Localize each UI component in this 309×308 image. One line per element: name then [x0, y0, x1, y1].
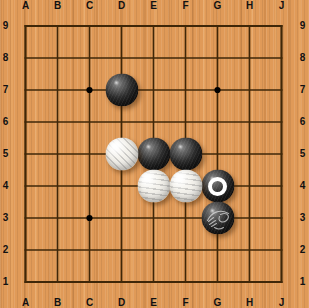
- coord-label-bottom-A: A: [22, 298, 29, 308]
- coord-label-right-5: 5: [300, 149, 306, 159]
- coord-label-bottom-J: J: [279, 298, 285, 308]
- star-point-C3: [86, 215, 92, 221]
- coord-label-right-1: 1: [300, 277, 306, 287]
- coord-label-bottom-F: F: [182, 298, 188, 308]
- coord-label-top-D: D: [118, 1, 125, 11]
- stone-black-G3[interactable]: [201, 202, 234, 235]
- coord-label-left-6: 6: [3, 117, 9, 127]
- coord-label-left-4: 4: [3, 181, 9, 191]
- coord-label-top-G: G: [214, 1, 222, 11]
- coord-label-right-9: 9: [300, 21, 306, 31]
- coord-label-left-1: 1: [3, 277, 9, 287]
- stone-black-G4[interactable]: [201, 170, 234, 203]
- go-board[interactable]: AABBCCDDEEFFGGHHJJ998877665544332211: [0, 0, 309, 308]
- go-app: AABBCCDDEEFFGGHHJJ998877665544332211: [0, 0, 309, 308]
- coord-label-top-A: A: [22, 1, 29, 11]
- coord-label-bottom-H: H: [246, 298, 253, 308]
- coord-label-right-3: 3: [300, 213, 306, 223]
- stone-black-E5[interactable]: [137, 138, 170, 171]
- coord-label-right-8: 8: [300, 53, 306, 63]
- coord-label-right-4: 4: [300, 181, 306, 191]
- stone-white-D5[interactable]: [105, 138, 138, 171]
- stone-white-F4[interactable]: [169, 170, 202, 203]
- scribble-marker: [201, 202, 234, 235]
- coord-label-top-J: J: [279, 1, 285, 11]
- coord-label-right-6: 6: [300, 117, 306, 127]
- coord-label-top-C: C: [86, 1, 93, 11]
- coord-label-left-5: 5: [3, 149, 9, 159]
- coord-label-bottom-G: G: [214, 298, 222, 308]
- coord-label-right-7: 7: [300, 85, 306, 95]
- coord-label-right-2: 2: [300, 245, 306, 255]
- coord-label-left-8: 8: [3, 53, 9, 63]
- circle-marker: [208, 177, 227, 196]
- coord-label-bottom-E: E: [150, 298, 157, 308]
- coord-label-top-H: H: [246, 1, 253, 11]
- stone-black-F5[interactable]: [169, 138, 202, 171]
- star-point-C7: [86, 87, 92, 93]
- coord-label-top-B: B: [54, 1, 61, 11]
- coord-label-bottom-C: C: [86, 298, 93, 308]
- coord-label-top-F: F: [182, 1, 188, 11]
- star-point-G7: [214, 87, 220, 93]
- coord-label-left-7: 7: [3, 85, 9, 95]
- coord-label-bottom-B: B: [54, 298, 61, 308]
- coord-label-left-9: 9: [3, 21, 9, 31]
- coord-label-left-3: 3: [3, 213, 9, 223]
- coord-label-bottom-D: D: [118, 298, 125, 308]
- coord-label-top-E: E: [150, 1, 157, 11]
- stone-black-D7[interactable]: [105, 74, 138, 107]
- stone-white-E4[interactable]: [137, 170, 170, 203]
- coord-label-left-2: 2: [3, 245, 9, 255]
